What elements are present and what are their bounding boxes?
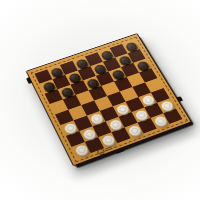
checkers-board [27,34,191,165]
board-wrapper [27,34,191,165]
product-photo [0,0,200,200]
board-grid [34,40,182,158]
brand-text [104,146,112,152]
